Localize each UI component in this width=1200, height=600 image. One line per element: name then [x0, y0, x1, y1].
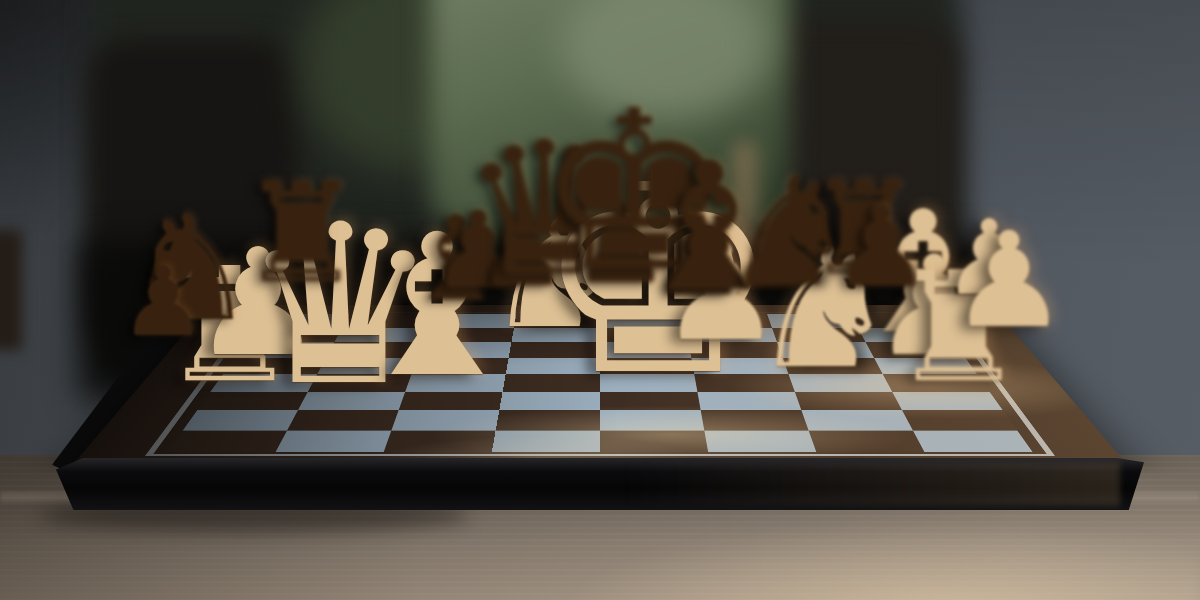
piece-black-pawn-h7[interactable]: ♟ — [831, 191, 931, 303]
chess-photo-scene: ♜♟♛♝♞♚♟♞♝♟♜♟♟♜♝♟♟♛♟♚♟♝♟♞♜♟♞♟ — [0, 0, 1200, 600]
piece-black-pawn-captured[interactable]: ♟ — [120, 254, 206, 350]
pieces-layer: ♜♟♛♝♞♚♟♞♝♟♜♟♟♜♝♟♟♛♟♚♟♝♟♞♜♟♞♟ — [0, 0, 1200, 600]
piece-black-rook-a8[interactable]: ♜ — [239, 165, 363, 303]
piece-white-pawn-h3[interactable]: ♟ — [950, 214, 1068, 346]
